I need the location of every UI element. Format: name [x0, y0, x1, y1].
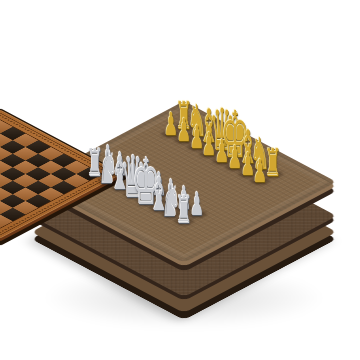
- product-photo-scene: ♜♞♟♝♟♛♟♚♟♝♟♞♟♟♜♟♟♜♟♟♞♟♝♟♛♟♚♟♝♟♞♜: [0, 0, 360, 360]
- piece-black-pawn-h7[interactable]: ♟: [253, 155, 267, 187]
- pieces-layer: ♜♞♟♝♟♛♟♚♟♝♟♞♟♟♜♟♟♜♟♟♞♟♝♟♛♟♚♟♝♟♞♜: [0, 0, 360, 360]
- piece-white-rook-h1[interactable]: ♜: [175, 191, 192, 229]
